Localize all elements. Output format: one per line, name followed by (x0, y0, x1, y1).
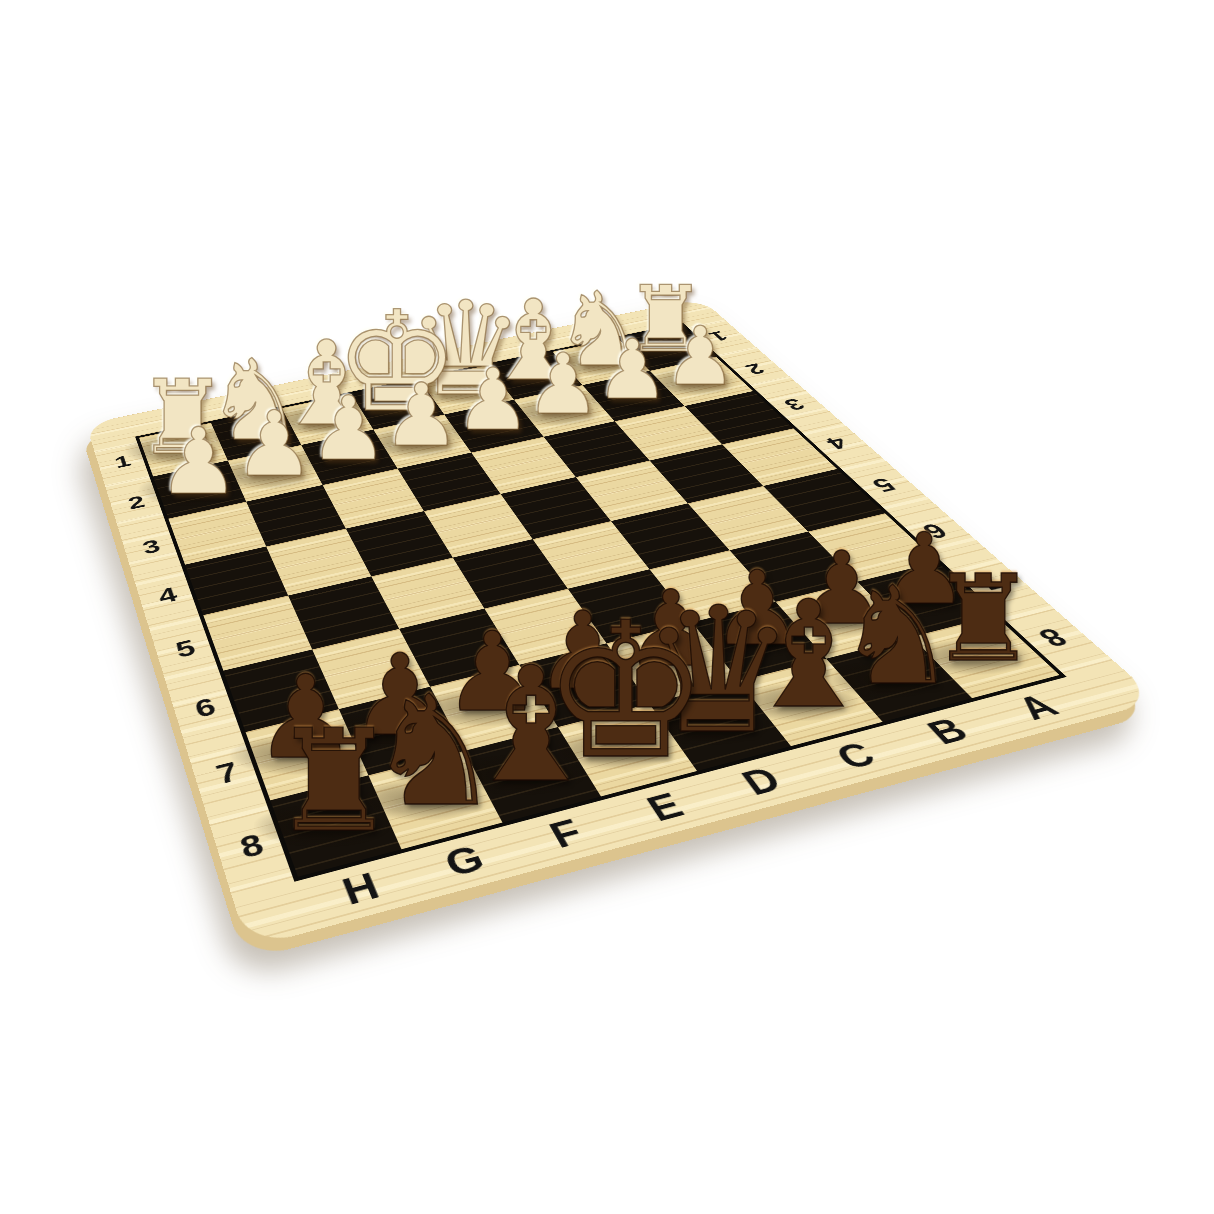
file-label-bottom-a: A (1009, 689, 1065, 724)
rank-label-right-5: 5 (867, 475, 900, 495)
file-label-bottom-g: G (439, 839, 490, 882)
rank-label-left-5: 5 (173, 636, 198, 661)
file-label-bottom-e: E (640, 787, 689, 826)
rank-label-right-7: 7 (972, 570, 1010, 594)
file-label-bottom-h: H (337, 867, 384, 911)
file-label-bottom-d: D (735, 762, 788, 801)
rank-label-left-8: 8 (236, 829, 267, 863)
rank-label-left-7: 7 (213, 758, 242, 789)
rank-label-right-2: 2 (741, 361, 769, 377)
board-grid (135, 323, 1067, 882)
chess-set-photo: 1234567812345678HGFEDCBA ♜♞♝♚♛♝♞♜♟♟♟♟♟♟♟… (0, 0, 1214, 1214)
rank-label-left-1: 1 (113, 453, 133, 471)
rank-label-left-4: 4 (156, 584, 180, 607)
rank-label-right-4: 4 (822, 434, 853, 452)
file-label-bottom-f: F (543, 814, 588, 854)
file-label-bottom-c: C (829, 737, 883, 775)
rank-label-right-8: 8 (1033, 625, 1074, 651)
rank-label-right-6: 6 (917, 520, 953, 542)
rank-label-left-6: 6 (192, 694, 219, 722)
rank-label-left-3: 3 (140, 536, 162, 557)
rank-label-left-2: 2 (126, 493, 147, 512)
rank-label-right-3: 3 (780, 396, 809, 413)
chess-board: 1234567812345678HGFEDCBA (86, 298, 1159, 948)
file-label-bottom-b: B (920, 713, 975, 749)
rank-label-right-1: 1 (706, 329, 732, 343)
board-shadow-wrap: 1234567812345678HGFEDCBA (0, 0, 1214, 1214)
